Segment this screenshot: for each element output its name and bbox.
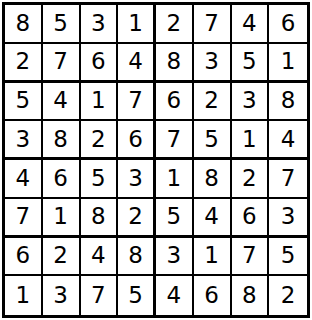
sudoku-cell: 5	[118, 276, 156, 315]
sudoku-cell: 1	[43, 199, 81, 238]
sudoku-cell: 2	[5, 44, 43, 83]
sudoku-cell: 6	[232, 199, 270, 238]
sudoku-cell: 8	[269, 83, 307, 122]
sudoku-cell: 6	[156, 83, 194, 122]
sudoku-cell: 2	[232, 160, 270, 199]
sudoku-cell: 3	[43, 276, 81, 315]
sudoku-cell: 7	[194, 5, 232, 44]
sudoku-cell: 1	[156, 160, 194, 199]
sudoku-cell: 1	[269, 44, 307, 83]
sudoku-cell: 2	[194, 83, 232, 122]
sudoku-cell: 2	[43, 238, 81, 277]
sudoku-cell: 8	[194, 160, 232, 199]
sudoku-cell: 8	[156, 44, 194, 83]
sudoku-cell: 7	[43, 44, 81, 83]
sudoku-cell: 8	[5, 5, 43, 44]
sudoku-cell: 5	[232, 44, 270, 83]
sudoku-cell: 2	[269, 276, 307, 315]
sudoku-cell: 3	[194, 44, 232, 83]
sudoku-cell: 6	[269, 5, 307, 44]
sudoku-cell: 8	[232, 276, 270, 315]
sudoku-cell: 3	[232, 83, 270, 122]
sudoku-cell: 8	[118, 238, 156, 277]
sudoku-cell: 4	[232, 5, 270, 44]
sudoku-cell: 1	[194, 238, 232, 277]
sudoku-cell: 6	[194, 276, 232, 315]
sudoku-cell: 5	[81, 160, 119, 199]
sudoku-cell: 8	[43, 121, 81, 160]
sudoku-cell: 7	[269, 160, 307, 199]
sudoku-cell: 1	[232, 121, 270, 160]
sudoku-cell: 6	[81, 44, 119, 83]
sudoku-cell: 7	[232, 238, 270, 277]
sudoku-cell: 7	[156, 121, 194, 160]
sudoku-cell: 5	[43, 5, 81, 44]
sudoku-cell: 4	[81, 238, 119, 277]
sudoku-board: 8531274627648351541762383826751446531827…	[2, 2, 310, 318]
sudoku-cell: 6	[43, 160, 81, 199]
sudoku-cell: 4	[5, 160, 43, 199]
sudoku-cell: 3	[5, 121, 43, 160]
sudoku-cell: 7	[5, 199, 43, 238]
sudoku-cell: 5	[194, 121, 232, 160]
sudoku-cell: 3	[81, 5, 119, 44]
sudoku-cell: 5	[269, 238, 307, 277]
sudoku-cell: 3	[269, 199, 307, 238]
sudoku-cell: 1	[118, 5, 156, 44]
sudoku-cell: 7	[118, 83, 156, 122]
sudoku-cell: 6	[118, 121, 156, 160]
sudoku-cell: 3	[156, 238, 194, 277]
sudoku-cell: 1	[5, 276, 43, 315]
sudoku-cell: 6	[5, 238, 43, 277]
sudoku-cell: 2	[81, 121, 119, 160]
sudoku-cell: 4	[156, 276, 194, 315]
sudoku-cell: 2	[118, 199, 156, 238]
sudoku-cell: 4	[118, 44, 156, 83]
sudoku-cell: 5	[5, 83, 43, 122]
sudoku-cell: 4	[194, 199, 232, 238]
sudoku-cell: 3	[118, 160, 156, 199]
sudoku-cell: 1	[81, 83, 119, 122]
sudoku-cell: 4	[43, 83, 81, 122]
sudoku-cell: 4	[269, 121, 307, 160]
sudoku-cell: 5	[156, 199, 194, 238]
sudoku-cell: 8	[81, 199, 119, 238]
sudoku-cell: 2	[156, 5, 194, 44]
sudoku-cell: 7	[81, 276, 119, 315]
